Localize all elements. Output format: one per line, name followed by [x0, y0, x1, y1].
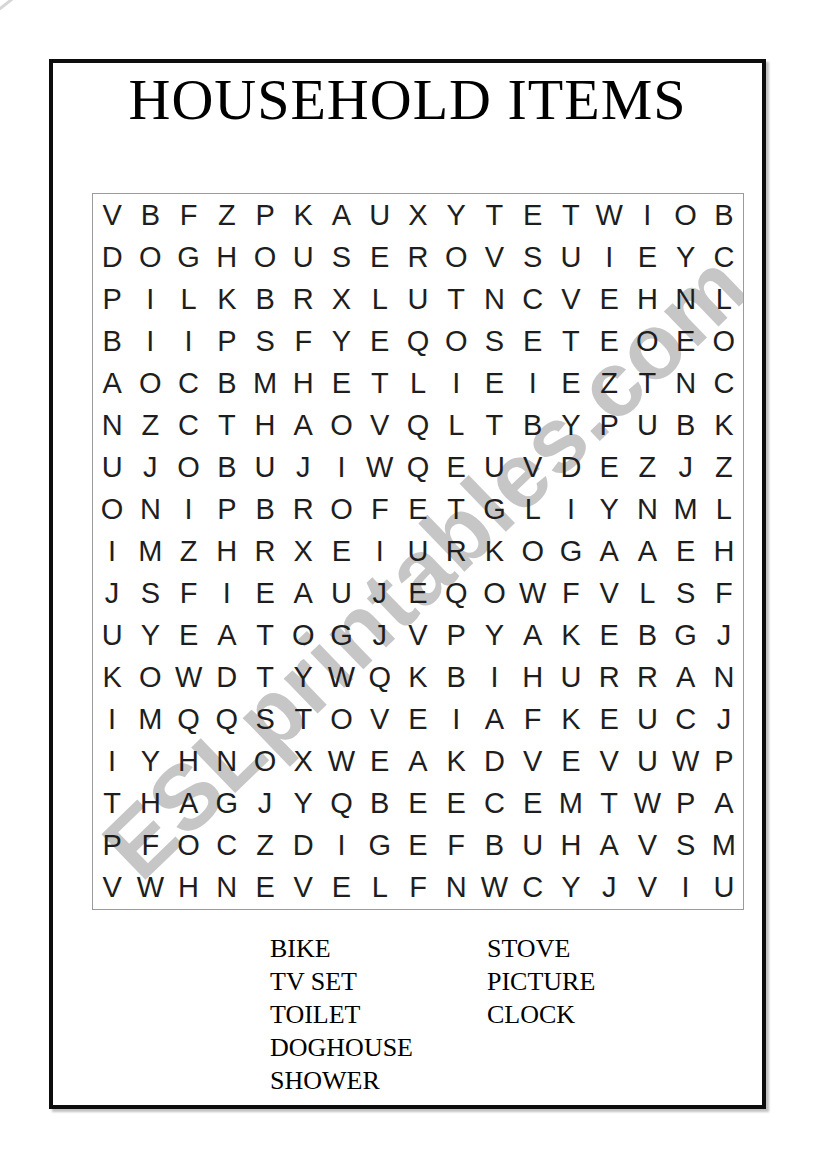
grid-cell: A: [322, 194, 360, 236]
grid-cell: S: [475, 320, 513, 362]
grid-cell: I: [208, 573, 246, 615]
grid-cell: R: [437, 530, 475, 572]
grid-cell: T: [475, 194, 513, 236]
grid-cell: T: [208, 404, 246, 446]
grid-cell: Y: [131, 741, 169, 783]
grid-cell: Y: [437, 194, 475, 236]
grid-cell: Y: [552, 867, 590, 909]
grid-cell: B: [208, 362, 246, 404]
grid-cell: R: [399, 236, 437, 278]
grid-cell: K: [284, 194, 322, 236]
grid-cell: D: [475, 741, 513, 783]
grid-cell: S: [246, 320, 284, 362]
grid-cell: U: [284, 236, 322, 278]
grid-cell: K: [93, 657, 131, 699]
grid-cell: Q: [399, 404, 437, 446]
grid-cell: J: [705, 615, 743, 657]
grid-cell: S: [131, 573, 169, 615]
grid-cell: K: [705, 404, 743, 446]
grid-cell: U: [246, 446, 284, 488]
grid-cell: J: [667, 446, 705, 488]
grid-cell: V: [284, 867, 322, 909]
grid-cell: H: [514, 657, 552, 699]
grid-cell: V: [93, 867, 131, 909]
grid-cell: U: [93, 446, 131, 488]
grid-cell: W: [131, 867, 169, 909]
grid-cell: H: [131, 783, 169, 825]
grid-cell: E: [399, 699, 437, 741]
grid-cell: M: [705, 825, 743, 867]
grid-cell: T: [475, 404, 513, 446]
grid-cell: I: [169, 320, 207, 362]
grid-cell: V: [628, 867, 666, 909]
grid-cell: Y: [131, 615, 169, 657]
grid-cell: H: [208, 530, 246, 572]
grid-cell: O: [322, 404, 360, 446]
grid-cell: C: [169, 404, 207, 446]
grid-cell: E: [628, 236, 666, 278]
grid-cell: O: [131, 657, 169, 699]
grid-cell: L: [705, 488, 743, 530]
grid-cell: X: [284, 741, 322, 783]
grid-cell: S: [246, 699, 284, 741]
grid-cell: C: [667, 699, 705, 741]
grid-cell: H: [628, 278, 666, 320]
grid-cell: O: [131, 236, 169, 278]
grid-cell: Z: [131, 404, 169, 446]
grid-cell: S: [667, 573, 705, 615]
grid-cell: B: [208, 446, 246, 488]
grid-cell: U: [399, 278, 437, 320]
grid-cell: J: [361, 615, 399, 657]
grid-cell: F: [131, 825, 169, 867]
grid-cell: B: [361, 783, 399, 825]
grid-cell: A: [284, 404, 322, 446]
word-item: TV SET: [270, 965, 413, 998]
grid-cell: E: [667, 530, 705, 572]
grid-cell: E: [399, 573, 437, 615]
grid-cell: D: [552, 446, 590, 488]
grid-cell: I: [93, 741, 131, 783]
grid-cell: Q: [361, 657, 399, 699]
grid-cell: P: [437, 615, 475, 657]
grid-cell: C: [169, 362, 207, 404]
grid-cell: J: [246, 783, 284, 825]
grid-cell: W: [322, 657, 360, 699]
grid-cell: M: [131, 699, 169, 741]
grid-cell: O: [131, 362, 169, 404]
grid-cell: U: [93, 615, 131, 657]
grid-cell: A: [514, 615, 552, 657]
grid-cell: T: [284, 699, 322, 741]
grid-cell: D: [208, 657, 246, 699]
grid-cell: F: [514, 699, 552, 741]
grid-cell: Q: [322, 783, 360, 825]
grid-cell: C: [705, 236, 743, 278]
grid-cell: E: [246, 573, 284, 615]
grid-cell: I: [169, 488, 207, 530]
grid-cell: U: [475, 446, 513, 488]
grid-cell: G: [322, 615, 360, 657]
grid-cell: B: [667, 404, 705, 446]
grid-cell: R: [246, 530, 284, 572]
grid-cell: E: [399, 825, 437, 867]
grid-cell: U: [322, 573, 360, 615]
grid-cell: I: [667, 867, 705, 909]
grid-cell: N: [131, 488, 169, 530]
grid-cell: F: [437, 825, 475, 867]
grid-cell: P: [93, 278, 131, 320]
scan-artifact: [0, 0, 56, 10]
grid-cell: C: [514, 278, 552, 320]
grid-cell: E: [361, 320, 399, 362]
grid-cell: H: [169, 867, 207, 909]
grid-cell: T: [246, 615, 284, 657]
grid-cell: L: [705, 278, 743, 320]
grid-cell: L: [628, 573, 666, 615]
grid-cell: O: [514, 530, 552, 572]
grid-cell: U: [552, 236, 590, 278]
grid-cell: I: [93, 699, 131, 741]
grid-cell: E: [590, 320, 628, 362]
grid-cell: J: [284, 446, 322, 488]
grid-cell: A: [590, 825, 628, 867]
grid-cell: M: [552, 783, 590, 825]
grid-cell: E: [514, 194, 552, 236]
grid-cell: C: [514, 867, 552, 909]
grid-cell: M: [246, 362, 284, 404]
grid-cell: O: [246, 741, 284, 783]
grid-cell: G: [667, 615, 705, 657]
grid-cell: V: [399, 615, 437, 657]
grid-cell: Q: [208, 699, 246, 741]
grid-cell: F: [361, 488, 399, 530]
grid-cell: O: [475, 573, 513, 615]
grid-cell: L: [361, 867, 399, 909]
grid-cell: T: [361, 362, 399, 404]
grid-cell: O: [628, 320, 666, 362]
grid-cell: N: [628, 488, 666, 530]
word-item: TOILET: [270, 998, 413, 1031]
grid-cell: Y: [475, 615, 513, 657]
grid-cell: E: [667, 320, 705, 362]
grid-cell: V: [475, 236, 513, 278]
grid-cell: O: [437, 320, 475, 362]
grid-cell: I: [437, 699, 475, 741]
grid-cell: W: [361, 446, 399, 488]
grid-cell: X: [322, 278, 360, 320]
grid-cell: B: [246, 278, 284, 320]
grid-cell: B: [705, 194, 743, 236]
grid-cell: Y: [284, 657, 322, 699]
grid-cell: T: [437, 278, 475, 320]
grid-cell: U: [552, 657, 590, 699]
grid-cell: I: [437, 362, 475, 404]
grid-cell: Z: [705, 446, 743, 488]
grid-cell: P: [667, 783, 705, 825]
grid-cell: E: [399, 488, 437, 530]
grid-cell: R: [590, 657, 628, 699]
grid-cell: U: [399, 530, 437, 572]
grid-cell: Z: [169, 530, 207, 572]
grid-cell: N: [667, 278, 705, 320]
grid-cell: C: [705, 362, 743, 404]
grid-cell: H: [552, 825, 590, 867]
grid-cell: S: [322, 236, 360, 278]
grid-cell: G: [208, 783, 246, 825]
grid-cell: I: [475, 657, 513, 699]
grid-cell: E: [322, 867, 360, 909]
grid-cell: T: [246, 657, 284, 699]
grid-cell: T: [437, 488, 475, 530]
word-item: BIKE: [270, 932, 413, 965]
grid-cell: L: [514, 488, 552, 530]
grid-cell: K: [208, 278, 246, 320]
grid-cell: A: [705, 783, 743, 825]
grid-cell: X: [399, 194, 437, 236]
grid-cell: Z: [208, 194, 246, 236]
grid-cell: L: [437, 404, 475, 446]
grid-cell: N: [208, 741, 246, 783]
grid-cell: B: [93, 320, 131, 362]
grid-cell: I: [93, 530, 131, 572]
grid-cell: I: [322, 825, 360, 867]
grid-cell: B: [628, 615, 666, 657]
grid-cell: P: [208, 320, 246, 362]
grid-cell: K: [475, 530, 513, 572]
grid-cell: A: [399, 741, 437, 783]
grid-cell: F: [552, 573, 590, 615]
grid-cell: K: [399, 657, 437, 699]
grid-cell: T: [552, 194, 590, 236]
word-list-right: STOVEPICTURECLOCK: [487, 932, 595, 1031]
grid-cell: E: [552, 741, 590, 783]
grid-cell: O: [284, 615, 322, 657]
letter-grid: VBFZPKAUXYTETWIOBDOGHOUSEROVSUIEYCPILKBR…: [93, 194, 743, 909]
grid-cell: O: [169, 446, 207, 488]
grid-cell: P: [705, 741, 743, 783]
grid-cell: Z: [590, 362, 628, 404]
grid-cell: N: [93, 404, 131, 446]
word-item: STOVE: [487, 932, 595, 965]
grid-cell: D: [284, 825, 322, 867]
grid-cell: E: [475, 362, 513, 404]
grid-cell: O: [705, 320, 743, 362]
grid-cell: S: [667, 825, 705, 867]
grid-cell: V: [590, 573, 628, 615]
grid-cell: I: [590, 236, 628, 278]
grid-cell: O: [246, 236, 284, 278]
grid-cell: O: [667, 194, 705, 236]
grid-cell: O: [322, 699, 360, 741]
grid-cell: O: [93, 488, 131, 530]
grid-cell: A: [93, 362, 131, 404]
grid-cell: F: [284, 320, 322, 362]
grid-cell: Y: [552, 404, 590, 446]
grid-cell: J: [93, 573, 131, 615]
grid-cell: H: [246, 404, 284, 446]
grid-cell: Z: [628, 446, 666, 488]
grid-cell: E: [361, 236, 399, 278]
grid-cell: A: [284, 573, 322, 615]
grid-cell: A: [475, 699, 513, 741]
grid-cell: K: [552, 699, 590, 741]
grid-cell: H: [705, 530, 743, 572]
grid-cell: J: [131, 446, 169, 488]
grid-cell: F: [169, 194, 207, 236]
grid-cell: L: [399, 362, 437, 404]
grid-cell: O: [169, 825, 207, 867]
grid-cell: E: [246, 867, 284, 909]
grid-cell: I: [361, 530, 399, 572]
grid-cell: B: [514, 404, 552, 446]
grid-cell: V: [361, 699, 399, 741]
grid-cell: Q: [437, 573, 475, 615]
grid-cell: H: [284, 362, 322, 404]
grid-cell: H: [208, 236, 246, 278]
grid-cell: E: [552, 362, 590, 404]
grid-cell: B: [437, 657, 475, 699]
grid-cell: G: [169, 236, 207, 278]
grid-cell: F: [169, 573, 207, 615]
grid-cell: E: [514, 783, 552, 825]
grid-cell: Q: [399, 320, 437, 362]
word-item: PICTURE: [487, 965, 595, 998]
grid-cell: W: [475, 867, 513, 909]
grid-cell: Q: [399, 446, 437, 488]
grid-cell: J: [590, 867, 628, 909]
grid-cell: B: [475, 825, 513, 867]
grid-cell: E: [514, 320, 552, 362]
grid-cell: N: [208, 867, 246, 909]
grid-cell: C: [208, 825, 246, 867]
grid-cell: W: [590, 194, 628, 236]
grid-cell: E: [590, 446, 628, 488]
wordsearch-grid: ESLprintables.com VBFZPKAUXYTETWIOBDOGHO…: [92, 193, 744, 910]
grid-cell: I: [131, 278, 169, 320]
grid-cell: P: [208, 488, 246, 530]
page-title: HOUSEHOLD ITEMS: [49, 66, 766, 133]
grid-cell: J: [361, 573, 399, 615]
grid-cell: Y: [284, 783, 322, 825]
grid-cell: E: [437, 446, 475, 488]
grid-cell: O: [322, 488, 360, 530]
grid-cell: R: [284, 278, 322, 320]
grid-cell: P: [246, 194, 284, 236]
grid-cell: M: [667, 488, 705, 530]
grid-cell: B: [246, 488, 284, 530]
grid-cell: G: [475, 488, 513, 530]
grid-cell: E: [169, 615, 207, 657]
grid-cell: U: [514, 825, 552, 867]
grid-cell: N: [705, 657, 743, 699]
grid-cell: B: [131, 194, 169, 236]
grid-cell: P: [93, 825, 131, 867]
grid-cell: E: [590, 699, 628, 741]
grid-cell: R: [284, 488, 322, 530]
grid-cell: Y: [322, 320, 360, 362]
grid-cell: W: [514, 573, 552, 615]
grid-cell: E: [437, 783, 475, 825]
grid-cell: X: [284, 530, 322, 572]
grid-cell: K: [552, 615, 590, 657]
grid-cell: U: [628, 404, 666, 446]
grid-cell: E: [361, 741, 399, 783]
grid-cell: Y: [667, 236, 705, 278]
word-item: CLOCK: [487, 998, 595, 1031]
grid-cell: A: [208, 615, 246, 657]
grid-cell: A: [169, 783, 207, 825]
grid-cell: E: [322, 362, 360, 404]
grid-cell: C: [475, 783, 513, 825]
grid-cell: V: [514, 741, 552, 783]
grid-cell: M: [131, 530, 169, 572]
grid-cell: E: [399, 783, 437, 825]
grid-cell: N: [667, 362, 705, 404]
grid-cell: A: [628, 530, 666, 572]
grid-cell: A: [667, 657, 705, 699]
grid-cell: Y: [590, 488, 628, 530]
grid-cell: L: [361, 278, 399, 320]
grid-cell: J: [705, 699, 743, 741]
word-item: SHOWER: [270, 1064, 413, 1097]
grid-cell: U: [628, 741, 666, 783]
grid-cell: W: [322, 741, 360, 783]
grid-cell: K: [437, 741, 475, 783]
grid-cell: V: [93, 194, 131, 236]
grid-cell: I: [552, 488, 590, 530]
grid-cell: W: [628, 783, 666, 825]
grid-cell: Z: [246, 825, 284, 867]
grid-cell: S: [514, 236, 552, 278]
grid-cell: V: [514, 446, 552, 488]
grid-cell: G: [361, 825, 399, 867]
grid-cell: I: [131, 320, 169, 362]
word-list-left: BIKETV SETTOILETDOGHOUSESHOWER: [270, 932, 413, 1097]
grid-cell: T: [590, 783, 628, 825]
grid-cell: W: [169, 657, 207, 699]
grid-cell: T: [93, 783, 131, 825]
grid-cell: Q: [169, 699, 207, 741]
grid-cell: V: [590, 741, 628, 783]
grid-cell: P: [590, 404, 628, 446]
grid-cell: F: [399, 867, 437, 909]
grid-cell: E: [590, 278, 628, 320]
grid-cell: H: [169, 741, 207, 783]
grid-cell: T: [552, 320, 590, 362]
grid-cell: A: [590, 530, 628, 572]
grid-cell: O: [437, 236, 475, 278]
grid-cell: U: [705, 867, 743, 909]
grid-cell: F: [705, 573, 743, 615]
grid-cell: I: [322, 446, 360, 488]
grid-cell: I: [628, 194, 666, 236]
grid-cell: R: [628, 657, 666, 699]
grid-cell: G: [552, 530, 590, 572]
grid-cell: N: [437, 867, 475, 909]
grid-cell: V: [361, 404, 399, 446]
grid-cell: U: [361, 194, 399, 236]
grid-cell: I: [514, 362, 552, 404]
grid-cell: N: [475, 278, 513, 320]
grid-cell: W: [667, 741, 705, 783]
grid-cell: V: [628, 825, 666, 867]
grid-cell: U: [628, 699, 666, 741]
word-item: DOGHOUSE: [270, 1031, 413, 1064]
grid-cell: E: [590, 615, 628, 657]
grid-cell: L: [169, 278, 207, 320]
grid-cell: E: [322, 530, 360, 572]
